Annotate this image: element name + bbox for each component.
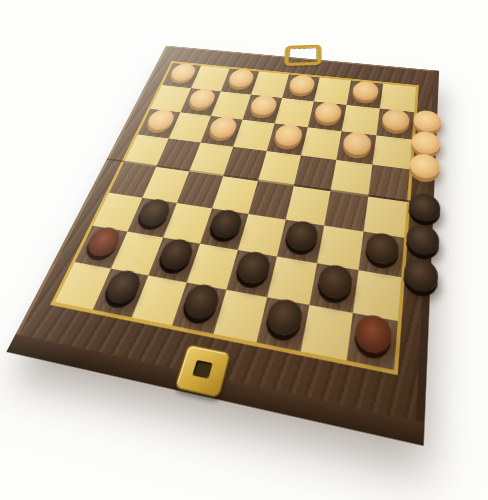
piece-light-e1[interactable]: ⛂ bbox=[287, 74, 316, 95]
piece-light-b2[interactable]: ⛂ bbox=[187, 88, 218, 109]
cell-f2[interactable]: ⛂ bbox=[308, 101, 347, 131]
piece-light-h2[interactable]: ⛂ bbox=[381, 108, 410, 132]
cell-g2[interactable] bbox=[342, 105, 380, 135]
cell-g5[interactable] bbox=[324, 191, 368, 231]
tray-piece-light-3[interactable]: ⛂ bbox=[409, 152, 440, 180]
piece-light-d2[interactable]: ⛂ bbox=[248, 94, 279, 116]
play-grid: ⛂⛂⛂⛂⛂⛂⛂⛂⛂⛂⛂⛂⛀⛀⛀⛀⛀⛀⛀⛀⛀⛀⛀⛀ bbox=[50, 61, 419, 375]
piece-light-f2[interactable]: ⛂ bbox=[313, 101, 343, 124]
piece-light-e3[interactable]: ⛂ bbox=[273, 123, 305, 148]
tray-piece-dark-1[interactable]: ⛀ bbox=[408, 192, 441, 223]
cell-f1[interactable] bbox=[314, 77, 351, 104]
cell-g3[interactable]: ⛂ bbox=[336, 131, 376, 164]
piece-dark-f6[interactable]: ⛀ bbox=[284, 219, 320, 252]
cell-h1[interactable] bbox=[380, 84, 416, 112]
cell-h3[interactable] bbox=[372, 135, 411, 169]
cell-h8[interactable]: ⛀ bbox=[347, 313, 398, 370]
piece-dark-h8[interactable]: ⛀ bbox=[353, 313, 392, 357]
piece-dark-c7[interactable]: ⛀ bbox=[156, 237, 196, 271]
brass-hinge-loop-icon bbox=[284, 45, 321, 66]
piece-light-a1[interactable]: ⛂ bbox=[168, 63, 198, 82]
photo-scene: ⛂⛂⛂⛂⛂⛂⛂⛂⛂⛂⛂⛂⛀⛀⛀⛀⛀⛀⛀⛀⛀⛀⛀⛀ ⛂⛂⛂ ⛀⛀⛀ bbox=[0, 0, 488, 500]
tray-dark-pieces: ⛀⛀⛀ bbox=[401, 196, 442, 305]
piece-dark-d6[interactable]: ⛀ bbox=[207, 208, 244, 240]
tray-light-pieces: ⛂⛂⛂ bbox=[408, 113, 443, 185]
piece-dark-f8[interactable]: ⛀ bbox=[264, 297, 305, 338]
piece-dark-e7[interactable]: ⛀ bbox=[234, 250, 273, 286]
piece-light-g1[interactable]: ⛂ bbox=[351, 80, 379, 101]
piece-light-c3[interactable]: ⛂ bbox=[207, 116, 239, 140]
cell-g1[interactable]: ⛂ bbox=[347, 81, 384, 109]
piece-light-c1[interactable]: ⛂ bbox=[226, 68, 256, 88]
piece-light-g3[interactable]: ⛂ bbox=[342, 131, 373, 157]
cell-g8[interactable] bbox=[301, 305, 353, 361]
piece-dark-d8[interactable]: ⛀ bbox=[180, 282, 222, 321]
tray-piece-light-2[interactable]: ⛂ bbox=[411, 130, 441, 156]
cell-f6[interactable]: ⛀ bbox=[277, 220, 324, 264]
cell-f3[interactable] bbox=[301, 127, 342, 160]
piece-dark-h6[interactable]: ⛀ bbox=[364, 231, 399, 266]
tray-piece-dark-3[interactable]: ⛀ bbox=[403, 256, 439, 294]
piece-dark-g7[interactable]: ⛀ bbox=[316, 263, 354, 301]
cell-f5[interactable] bbox=[286, 186, 331, 225]
tray-piece-dark-2[interactable]: ⛀ bbox=[406, 223, 440, 257]
cell-h2[interactable]: ⛂ bbox=[376, 109, 414, 140]
checkers-board-box: ⛂⛂⛂⛂⛂⛂⛂⛂⛂⛂⛂⛂⛀⛀⛀⛀⛀⛀⛀⛀⛀⛀⛀⛀ ⛂⛂⛂ ⛀⛀⛀ bbox=[6, 46, 439, 446]
